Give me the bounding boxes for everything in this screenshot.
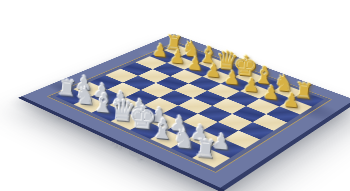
square-h8: ♜♜	[292, 92, 324, 107]
square-e4	[178, 98, 212, 114]
piece-reflection: ♜	[173, 159, 234, 189]
chess-set-photo: ♜♜♞♞♝♝♛♛♚♚♝♝♞♞♜♜♟♟♟♟♟♟♟♟♟♟♟♟♟♟♟♟♟♟♟♟♟♟♟♟…	[0, 0, 350, 191]
board-grid: ♜♜♞♞♝♝♛♛♚♚♝♝♞♞♜♜♟♟♟♟♟♟♟♟♟♟♟♟♟♟♟♟♟♟♟♟♟♟♟♟…	[56, 45, 324, 168]
board-pinstripe: ♜♜♞♞♝♝♛♛♚♚♝♝♞♞♜♜♟♟♟♟♟♟♟♟♟♟♟♟♟♟♟♟♟♟♟♟♟♟♟♟…	[47, 42, 332, 173]
piece-reflection: ♝	[73, 114, 130, 145]
square-c4	[141, 83, 174, 98]
piece-reflection: ♝	[131, 140, 191, 173]
piece-gold-knight: ♞	[258, 70, 310, 97]
chess-board: ♜♜♞♞♝♝♛♛♚♚♝♝♞♞♜♜♟♟♟♟♟♟♟♟♟♟♟♟♟♟♟♟♟♟♟♟♟♟♟♟…	[22, 34, 350, 188]
